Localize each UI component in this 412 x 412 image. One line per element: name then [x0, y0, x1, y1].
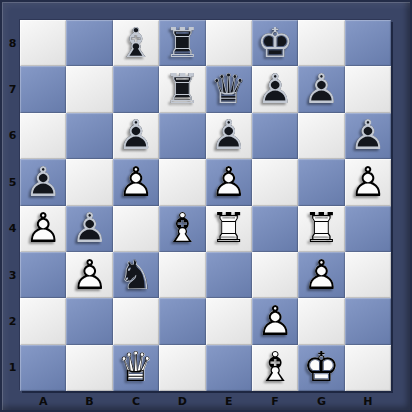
white-bishop-icon: ♝♗	[257, 347, 294, 388]
square-c4[interactable]	[113, 206, 159, 252]
square-g1[interactable]: ♚♔	[298, 345, 344, 391]
black-pawn-icon: ♟♙	[210, 115, 247, 156]
square-b5[interactable]	[66, 159, 112, 205]
square-d4[interactable]: ♝♗	[159, 206, 205, 252]
square-e8[interactable]	[206, 20, 252, 66]
square-g6[interactable]	[298, 113, 344, 159]
white-bishop-icon: ♝♗	[164, 208, 201, 249]
rank-label-4: 4	[2, 206, 20, 252]
board: ♝♗♜♖♚♔♜♖♛♕♟♙♟♙♟♙♟♙♟♙♟♙♟♙♟♙♟♙♟♙♟♙♝♗♜♖♜♖♟♙…	[20, 20, 391, 391]
white-rook-icon: ♜♖	[303, 208, 340, 249]
black-bishop-icon: ♝♗	[118, 23, 155, 64]
square-g7[interactable]: ♟♙	[298, 66, 344, 112]
square-f3[interactable]	[252, 252, 298, 298]
rank-label-2: 2	[2, 298, 20, 344]
square-g8[interactable]	[298, 20, 344, 66]
square-a6[interactable]	[20, 113, 66, 159]
square-d8[interactable]: ♜♖	[159, 20, 205, 66]
square-e6[interactable]: ♟♙	[206, 113, 252, 159]
square-b3[interactable]: ♟♙	[66, 252, 112, 298]
black-pawn-icon: ♟♙	[25, 162, 62, 203]
square-b4[interactable]: ♟♙	[66, 206, 112, 252]
rank-label-5: 5	[2, 159, 20, 205]
white-pawn-icon: ♟♙	[303, 255, 340, 296]
square-b1[interactable]	[66, 345, 112, 391]
white-king-icon: ♚♔	[303, 347, 340, 388]
rank-label-3: 3	[2, 252, 20, 298]
square-h1[interactable]	[345, 345, 391, 391]
chessboard-frame: 87654321 ♝♗♜♖♚♔♜♖♛♕♟♙♟♙♟♙♟♙♟♙♟♙♟♙♟♙♟♙♟♙♟…	[0, 0, 412, 412]
white-rook-icon: ♜♖	[210, 208, 247, 249]
black-rook-icon: ♜♖	[164, 69, 201, 110]
file-label-d: D	[159, 391, 205, 411]
square-c2[interactable]	[113, 298, 159, 344]
black-knight-icon: ♞♘	[118, 255, 155, 296]
file-labels: ABCDEFGH	[20, 391, 391, 411]
square-g4[interactable]: ♜♖	[298, 206, 344, 252]
square-e2[interactable]	[206, 298, 252, 344]
square-d1[interactable]	[159, 345, 205, 391]
square-a4[interactable]: ♟♙	[20, 206, 66, 252]
file-label-b: B	[66, 391, 112, 411]
square-e1[interactable]	[206, 345, 252, 391]
square-f2[interactable]: ♟♙	[252, 298, 298, 344]
square-e5[interactable]: ♟♙	[206, 159, 252, 205]
rank-label-7: 7	[2, 66, 20, 112]
square-c6[interactable]: ♟♙	[113, 113, 159, 159]
square-g3[interactable]: ♟♙	[298, 252, 344, 298]
white-pawn-icon: ♟♙	[71, 255, 108, 296]
square-b2[interactable]	[66, 298, 112, 344]
square-d6[interactable]	[159, 113, 205, 159]
square-e4[interactable]: ♜♖	[206, 206, 252, 252]
black-king-icon: ♚♔	[257, 23, 294, 64]
square-c1[interactable]: ♛♕	[113, 345, 159, 391]
white-queen-icon: ♛♕	[118, 347, 155, 388]
rank-label-1: 1	[2, 345, 20, 391]
square-h5[interactable]: ♟♙	[345, 159, 391, 205]
square-f4[interactable]	[252, 206, 298, 252]
square-d7[interactable]: ♜♖	[159, 66, 205, 112]
square-a5[interactable]: ♟♙	[20, 159, 66, 205]
square-c7[interactable]	[113, 66, 159, 112]
file-label-f: F	[252, 391, 298, 411]
square-c3[interactable]: ♞♘	[113, 252, 159, 298]
square-g2[interactable]	[298, 298, 344, 344]
black-rook-icon: ♜♖	[164, 23, 201, 64]
file-label-c: C	[113, 391, 159, 411]
square-f6[interactable]	[252, 113, 298, 159]
file-label-h: H	[345, 391, 391, 411]
square-e3[interactable]	[206, 252, 252, 298]
white-pawn-icon: ♟♙	[210, 162, 247, 203]
black-queen-icon: ♛♕	[210, 69, 247, 110]
file-label-e: E	[206, 391, 252, 411]
square-h6[interactable]: ♟♙	[345, 113, 391, 159]
square-f5[interactable]	[252, 159, 298, 205]
square-a7[interactable]	[20, 66, 66, 112]
file-label-g: G	[298, 391, 344, 411]
square-b6[interactable]	[66, 113, 112, 159]
square-a1[interactable]	[20, 345, 66, 391]
black-pawn-icon: ♟♙	[118, 115, 155, 156]
white-pawn-icon: ♟♙	[118, 162, 155, 203]
square-h7[interactable]	[345, 66, 391, 112]
square-f8[interactable]: ♚♔	[252, 20, 298, 66]
square-b8[interactable]	[66, 20, 112, 66]
white-pawn-icon: ♟♙	[349, 162, 386, 203]
square-c8[interactable]: ♝♗	[113, 20, 159, 66]
square-g5[interactable]	[298, 159, 344, 205]
square-a2[interactable]	[20, 298, 66, 344]
black-pawn-icon: ♟♙	[257, 69, 294, 110]
black-pawn-icon: ♟♙	[303, 69, 340, 110]
rank-label-6: 6	[2, 113, 20, 159]
square-h4[interactable]	[345, 206, 391, 252]
square-h3[interactable]	[345, 252, 391, 298]
square-h2[interactable]	[345, 298, 391, 344]
square-h8[interactable]	[345, 20, 391, 66]
square-a8[interactable]	[20, 20, 66, 66]
rank-label-8: 8	[2, 20, 20, 66]
square-f7[interactable]: ♟♙	[252, 66, 298, 112]
square-f1[interactable]: ♝♗	[252, 345, 298, 391]
white-pawn-icon: ♟♙	[257, 301, 294, 342]
square-e7[interactable]: ♛♕	[206, 66, 252, 112]
square-b7[interactable]	[66, 66, 112, 112]
square-d5[interactable]	[159, 159, 205, 205]
file-label-a: A	[20, 391, 66, 411]
square-c5[interactable]: ♟♙	[113, 159, 159, 205]
black-pawn-icon: ♟♙	[71, 208, 108, 249]
square-a3[interactable]	[20, 252, 66, 298]
square-d2[interactable]	[159, 298, 205, 344]
square-d3[interactable]	[159, 252, 205, 298]
black-pawn-icon: ♟♙	[349, 115, 386, 156]
white-pawn-icon: ♟♙	[25, 208, 62, 249]
rank-labels: 87654321	[2, 20, 20, 391]
